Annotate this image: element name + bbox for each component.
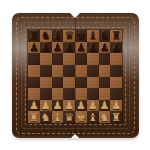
white-bishop-f1[interactable]: ♝ [88,111,98,122]
square-c7[interactable]: ♟ [52,42,64,54]
black-pawn-h7[interactable]: ♟ [111,41,121,52]
black-knight-b8[interactable]: ♞ [41,30,51,41]
white-pawn-h2[interactable]: ♟ [111,100,121,111]
white-king-e1[interactable]: ♚ [76,111,86,122]
black-pawn-d7[interactable]: ♟ [64,41,74,52]
square-e4[interactable] [75,77,87,89]
square-g1[interactable]: ♞ [99,111,111,123]
square-h4[interactable] [110,77,122,89]
black-queen-d8[interactable]: ♛ [64,30,74,41]
square-h7[interactable]: ♟ [110,42,122,54]
black-rook-h8[interactable]: ♜ [111,30,121,41]
square-e5[interactable] [75,65,87,77]
white-pawn-f2[interactable]: ♟ [88,100,98,111]
black-bishop-f8[interactable]: ♝ [88,30,98,41]
black-pawn-g7[interactable]: ♟ [99,41,109,52]
board-field: ♜♞♝♛♚♝♞♜♟♟♟♟♟♟♟♟♟♟♟♟♟♟♟♟♜♞♝♛♚♝♞♜ [28,30,122,123]
square-e7[interactable]: ♟ [75,42,87,54]
black-pawn-f7[interactable]: ♟ [88,41,98,52]
square-b6[interactable] [40,53,52,65]
square-e1[interactable]: ♚ [75,111,87,123]
white-bishop-c1[interactable]: ♝ [52,111,62,122]
square-f5[interactable] [87,65,99,77]
square-a1[interactable]: ♜ [28,111,40,123]
square-e6[interactable] [75,53,87,65]
square-c5[interactable] [52,65,64,77]
black-king-e8[interactable]: ♚ [76,30,86,41]
square-d4[interactable] [63,77,75,89]
black-bishop-c8[interactable]: ♝ [52,30,62,41]
white-pawn-g2[interactable]: ♟ [99,100,109,111]
square-h6[interactable] [110,53,122,65]
square-f4[interactable] [87,77,99,89]
white-knight-g1[interactable]: ♞ [99,111,109,122]
square-b5[interactable] [40,65,52,77]
black-pawn-e7[interactable]: ♟ [76,41,86,52]
square-c4[interactable] [52,77,64,89]
white-queen-d1[interactable]: ♛ [64,111,74,122]
square-g4[interactable] [99,77,111,89]
black-knight-g8[interactable]: ♞ [99,30,109,41]
square-a5[interactable] [28,65,40,77]
square-g5[interactable] [99,65,111,77]
white-pawn-e2[interactable]: ♟ [76,100,86,111]
square-g6[interactable] [99,53,111,65]
black-pawn-b7[interactable]: ♟ [41,41,51,52]
square-f7[interactable]: ♟ [87,42,99,54]
fold-notch-bottom [71,134,79,138]
white-pawn-a2[interactable]: ♟ [29,100,39,111]
white-pawn-d2[interactable]: ♟ [64,100,74,111]
square-h1[interactable]: ♜ [110,111,122,123]
black-pawn-a7[interactable]: ♟ [29,41,39,52]
square-d1[interactable]: ♛ [63,111,75,123]
square-d5[interactable] [63,65,75,77]
product-photo-scene: ♜♞♝♛♚♝♞♜♟♟♟♟♟♟♟♟♟♟♟♟♟♟♟♟♜♞♝♛♚♝♞♜ [0,0,150,150]
black-rook-a8[interactable]: ♜ [29,30,39,41]
white-pawn-c2[interactable]: ♟ [52,100,62,111]
square-c6[interactable] [52,53,64,65]
white-knight-b1[interactable]: ♞ [41,111,51,122]
black-pawn-c7[interactable]: ♟ [52,41,62,52]
square-a7[interactable]: ♟ [28,42,40,54]
square-c1[interactable]: ♝ [52,111,64,123]
white-rook-a1[interactable]: ♜ [29,111,39,122]
square-g7[interactable]: ♟ [99,42,111,54]
square-h5[interactable] [110,65,122,77]
square-d7[interactable]: ♟ [63,42,75,54]
square-a4[interactable] [28,77,40,89]
chess-board: ♜♞♝♛♚♝♞♜♟♟♟♟♟♟♟♟♟♟♟♟♟♟♟♟♜♞♝♛♚♝♞♜ [12,13,139,138]
white-rook-h1[interactable]: ♜ [111,111,121,122]
square-f1[interactable]: ♝ [87,111,99,123]
square-a6[interactable] [28,53,40,65]
square-b1[interactable]: ♞ [40,111,52,123]
square-f6[interactable] [87,53,99,65]
white-pawn-b2[interactable]: ♟ [41,100,51,111]
fold-notch-top [70,13,80,18]
square-b7[interactable]: ♟ [40,42,52,54]
square-b4[interactable] [40,77,52,89]
square-d6[interactable] [63,53,75,65]
